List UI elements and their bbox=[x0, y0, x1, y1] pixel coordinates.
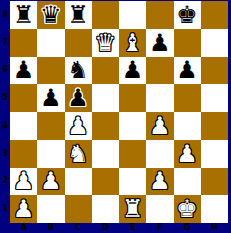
square-f3[interactable] bbox=[146, 140, 173, 168]
file-label-h: H bbox=[201, 223, 228, 233]
square-g6[interactable]: ♟ bbox=[174, 57, 201, 85]
square-e5[interactable] bbox=[119, 84, 146, 112]
square-h7[interactable] bbox=[201, 29, 228, 57]
white-bishop[interactable]: ♝ bbox=[122, 31, 144, 55]
rank-label-8: 8 bbox=[0, 1, 10, 29]
square-h1[interactable] bbox=[201, 195, 228, 223]
white-pawn[interactable]: ♟ bbox=[40, 169, 62, 193]
file-label-f: F bbox=[146, 223, 173, 233]
square-b2[interactable]: ♟ bbox=[37, 168, 64, 196]
rank-label-7: 7 bbox=[0, 29, 10, 57]
rank-label-3: 3 bbox=[0, 140, 10, 168]
black-pawn[interactable]: ♟ bbox=[122, 58, 144, 82]
square-c8[interactable]: ♜ bbox=[65, 1, 92, 29]
white-pawn[interactable]: ♟ bbox=[149, 169, 171, 193]
square-f7[interactable]: ♟ bbox=[146, 29, 173, 57]
white-pawn[interactable]: ♟ bbox=[67, 114, 89, 138]
file-label-b: B bbox=[37, 223, 64, 233]
square-a1[interactable]: ♟ bbox=[10, 195, 37, 223]
square-e4[interactable] bbox=[119, 112, 146, 140]
square-c7[interactable] bbox=[65, 29, 92, 57]
square-d4[interactable] bbox=[92, 112, 119, 140]
square-h6[interactable] bbox=[201, 57, 228, 85]
square-f2[interactable]: ♟ bbox=[146, 168, 173, 196]
black-pawn[interactable]: ♟ bbox=[13, 58, 35, 82]
square-a5[interactable] bbox=[10, 84, 37, 112]
square-f6[interactable] bbox=[146, 57, 173, 85]
square-h8[interactable] bbox=[201, 1, 228, 29]
black-pawn[interactable]: ♟ bbox=[149, 31, 171, 55]
square-e3[interactable] bbox=[119, 140, 146, 168]
square-h4[interactable] bbox=[201, 112, 228, 140]
square-a8[interactable]: ♜ bbox=[10, 1, 37, 29]
square-g5[interactable] bbox=[174, 84, 201, 112]
square-h3[interactable] bbox=[201, 140, 228, 168]
file-label-a: A bbox=[10, 223, 37, 233]
white-knight[interactable]: ♞ bbox=[67, 142, 89, 166]
square-d8[interactable] bbox=[92, 1, 119, 29]
white-king[interactable]: ♚ bbox=[176, 197, 198, 221]
square-f5[interactable] bbox=[146, 84, 173, 112]
square-g7[interactable] bbox=[174, 29, 201, 57]
square-b4[interactable] bbox=[37, 112, 64, 140]
square-a7[interactable] bbox=[10, 29, 37, 57]
black-pawn[interactable]: ♟ bbox=[40, 86, 62, 110]
square-c6[interactable]: ♞ bbox=[65, 57, 92, 85]
square-f4[interactable]: ♟ bbox=[146, 112, 173, 140]
square-c5[interactable]: ♟ bbox=[65, 84, 92, 112]
white-rook[interactable]: ♜ bbox=[122, 197, 144, 221]
rank-label-6: 6 bbox=[0, 57, 10, 85]
square-d3[interactable] bbox=[92, 140, 119, 168]
file-label-c: C bbox=[65, 223, 92, 233]
square-e2[interactable] bbox=[119, 168, 146, 196]
square-e6[interactable]: ♟ bbox=[119, 57, 146, 85]
square-b5[interactable]: ♟ bbox=[37, 84, 64, 112]
square-g2[interactable] bbox=[174, 168, 201, 196]
square-a4[interactable] bbox=[10, 112, 37, 140]
square-h5[interactable] bbox=[201, 84, 228, 112]
file-labels: ABCDEFGH bbox=[10, 223, 228, 233]
square-f8[interactable] bbox=[146, 1, 173, 29]
square-f1[interactable] bbox=[146, 195, 173, 223]
square-a2[interactable]: ♟ bbox=[10, 168, 37, 196]
rank-label-4: 4 bbox=[0, 112, 10, 140]
black-pawn[interactable]: ♟ bbox=[176, 58, 198, 82]
rank-label-5: 5 bbox=[0, 84, 10, 112]
chess-board-frame: 87654321 ♜♛♜♚♛♝♟♟♞♟♟♟♟♟♟♞♟♟♟♟♟♜♚ ABCDEFG… bbox=[0, 0, 231, 233]
square-a6[interactable]: ♟ bbox=[10, 57, 37, 85]
square-d7[interactable]: ♛ bbox=[92, 29, 119, 57]
square-h2[interactable] bbox=[201, 168, 228, 196]
file-label-d: D bbox=[92, 223, 119, 233]
white-pawn[interactable]: ♟ bbox=[176, 142, 198, 166]
square-b1[interactable] bbox=[37, 195, 64, 223]
white-pawn[interactable]: ♟ bbox=[13, 169, 35, 193]
square-b3[interactable] bbox=[37, 140, 64, 168]
square-c3[interactable]: ♞ bbox=[65, 140, 92, 168]
white-queen[interactable]: ♛ bbox=[95, 31, 117, 55]
square-g1[interactable]: ♚ bbox=[174, 195, 201, 223]
file-label-g: G bbox=[174, 223, 201, 233]
square-c4[interactable]: ♟ bbox=[65, 112, 92, 140]
white-pawn[interactable]: ♟ bbox=[149, 114, 171, 138]
square-d5[interactable] bbox=[92, 84, 119, 112]
black-king[interactable]: ♚ bbox=[176, 3, 198, 27]
black-queen[interactable]: ♛ bbox=[40, 3, 62, 27]
square-d1[interactable] bbox=[92, 195, 119, 223]
square-b8[interactable]: ♛ bbox=[37, 1, 64, 29]
square-b6[interactable] bbox=[37, 57, 64, 85]
square-e8[interactable] bbox=[119, 1, 146, 29]
square-g8[interactable]: ♚ bbox=[174, 1, 201, 29]
square-c2[interactable] bbox=[65, 168, 92, 196]
square-e7[interactable]: ♝ bbox=[119, 29, 146, 57]
white-pawn[interactable]: ♟ bbox=[13, 197, 35, 221]
rank-label-1: 1 bbox=[0, 195, 10, 223]
file-label-e: E bbox=[119, 223, 146, 233]
square-d2[interactable] bbox=[92, 168, 119, 196]
square-e1[interactable]: ♜ bbox=[119, 195, 146, 223]
rank-labels: 87654321 bbox=[0, 1, 10, 223]
square-g3[interactable]: ♟ bbox=[174, 140, 201, 168]
square-c1[interactable] bbox=[65, 195, 92, 223]
rank-label-2: 2 bbox=[0, 168, 10, 196]
chess-board: ♜♛♜♚♛♝♟♟♞♟♟♟♟♟♟♞♟♟♟♟♟♜♚ bbox=[10, 1, 228, 223]
black-rook[interactable]: ♜ bbox=[67, 3, 89, 27]
square-d6[interactable] bbox=[92, 57, 119, 85]
black-rook[interactable]: ♜ bbox=[13, 3, 35, 27]
square-b7[interactable] bbox=[37, 29, 64, 57]
black-knight[interactable]: ♞ bbox=[67, 58, 89, 82]
square-g4[interactable] bbox=[174, 112, 201, 140]
square-a3[interactable] bbox=[10, 140, 37, 168]
black-pawn[interactable]: ♟ bbox=[67, 86, 89, 110]
